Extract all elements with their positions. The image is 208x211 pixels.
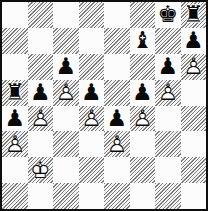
square-a6[interactable] [2, 54, 28, 80]
square-f5[interactable]: ♟ [130, 80, 156, 106]
square-h8[interactable]: ♜ [181, 2, 207, 28]
white-piece-outline: ♙ [2, 131, 28, 157]
square-f8[interactable] [130, 2, 156, 28]
white-piece-outline: ♙ [28, 106, 54, 132]
square-h6[interactable]: ♟♙ [181, 54, 207, 80]
square-c3[interactable] [53, 131, 79, 157]
white-pawn-e3: ♟♙ [104, 131, 130, 157]
square-h3[interactable] [181, 131, 207, 157]
square-h5[interactable] [181, 80, 207, 106]
square-b5[interactable]: ♟ [28, 80, 54, 106]
square-a1[interactable] [2, 183, 28, 209]
square-d1[interactable] [79, 183, 105, 209]
square-a5[interactable]: ♜ [2, 80, 28, 106]
square-a2[interactable] [2, 157, 28, 183]
square-g8[interactable]: ♚ [155, 2, 181, 28]
square-e5[interactable] [104, 80, 130, 106]
square-d8[interactable] [79, 2, 105, 28]
black-pawn-a4: ♟ [2, 106, 28, 132]
black-bishop-f7: ♝ [130, 28, 156, 54]
square-d3[interactable] [79, 131, 105, 157]
square-d4[interactable]: ♟♙ [79, 106, 105, 132]
square-h2[interactable] [181, 157, 207, 183]
black-rook-h8: ♜ [181, 2, 207, 28]
square-b2[interactable]: ♚♔ [28, 157, 54, 183]
square-h1[interactable] [181, 183, 207, 209]
square-h4[interactable] [181, 106, 207, 132]
square-a8[interactable] [2, 2, 28, 28]
square-g3[interactable] [155, 131, 181, 157]
square-a7[interactable] [2, 28, 28, 54]
square-f3[interactable] [130, 131, 156, 157]
square-f6[interactable] [130, 54, 156, 80]
black-pawn-c6: ♟ [53, 54, 79, 80]
white-piece-outline: ♙ [104, 131, 130, 157]
white-piece-outline: ♙ [53, 80, 79, 106]
square-h7[interactable]: ♟ [181, 28, 207, 54]
square-c1[interactable] [53, 183, 79, 209]
white-pawn-g5: ♟♙ [155, 80, 181, 106]
chess-board-grid: ♚♜♝♟♟♟♟♙♜♟♟♙♟♟♟♙♟♟♙♟♙♟♟♙♟♙♟♙♚♔ [2, 2, 206, 209]
square-d6[interactable] [79, 54, 105, 80]
square-g5[interactable]: ♟♙ [155, 80, 181, 106]
square-g6[interactable]: ♟ [155, 54, 181, 80]
square-b1[interactable] [28, 183, 54, 209]
black-pawn-b5: ♟ [28, 80, 54, 106]
square-c5[interactable]: ♟♙ [53, 80, 79, 106]
square-b3[interactable] [28, 131, 54, 157]
square-c2[interactable] [53, 157, 79, 183]
square-b7[interactable] [28, 28, 54, 54]
square-g2[interactable] [155, 157, 181, 183]
square-f1[interactable] [130, 183, 156, 209]
square-a3[interactable]: ♟♙ [2, 131, 28, 157]
square-g7[interactable] [155, 28, 181, 54]
square-d7[interactable] [79, 28, 105, 54]
black-pawn-f5: ♟ [130, 80, 156, 106]
square-c4[interactable] [53, 106, 79, 132]
square-f7[interactable]: ♝ [130, 28, 156, 54]
white-king-b2: ♚♔ [28, 157, 54, 183]
white-pawn-a3: ♟♙ [2, 131, 28, 157]
white-pawn-c5: ♟♙ [53, 80, 79, 106]
square-e7[interactable] [104, 28, 130, 54]
square-b6[interactable] [28, 54, 54, 80]
square-e4[interactable]: ♟ [104, 106, 130, 132]
square-e3[interactable]: ♟♙ [104, 131, 130, 157]
square-e1[interactable] [104, 183, 130, 209]
black-pawn-d5: ♟ [79, 80, 105, 106]
black-pawn-h7: ♟ [181, 28, 207, 54]
square-d5[interactable]: ♟ [79, 80, 105, 106]
white-piece-outline: ♙ [79, 106, 105, 132]
square-f4[interactable]: ♟♙ [130, 106, 156, 132]
square-a4[interactable]: ♟ [2, 106, 28, 132]
black-king-g8: ♚ [155, 2, 181, 28]
square-e2[interactable] [104, 157, 130, 183]
white-piece-outline: ♙ [155, 80, 181, 106]
white-pawn-f4: ♟♙ [130, 106, 156, 132]
white-piece-outline: ♔ [28, 157, 54, 183]
square-g1[interactable] [155, 183, 181, 209]
chess-board: ♚♜♝♟♟♟♟♙♜♟♟♙♟♟♟♙♟♟♙♟♙♟♟♙♟♙♟♙♚♔ [0, 0, 208, 211]
square-b8[interactable] [28, 2, 54, 28]
square-c7[interactable] [53, 28, 79, 54]
square-f2[interactable] [130, 157, 156, 183]
black-rook-a5: ♜ [2, 80, 28, 106]
white-pawn-b4: ♟♙ [28, 106, 54, 132]
white-piece-outline: ♙ [181, 54, 207, 80]
square-b4[interactable]: ♟♙ [28, 106, 54, 132]
white-piece-outline: ♙ [130, 106, 156, 132]
square-g4[interactable] [155, 106, 181, 132]
square-e6[interactable] [104, 54, 130, 80]
white-pawn-d4: ♟♙ [79, 106, 105, 132]
square-e8[interactable] [104, 2, 130, 28]
black-pawn-g6: ♟ [155, 54, 181, 80]
square-c6[interactable]: ♟ [53, 54, 79, 80]
white-pawn-h6: ♟♙ [181, 54, 207, 80]
black-pawn-e4: ♟ [104, 106, 130, 132]
square-c8[interactable] [53, 2, 79, 28]
square-d2[interactable] [79, 157, 105, 183]
